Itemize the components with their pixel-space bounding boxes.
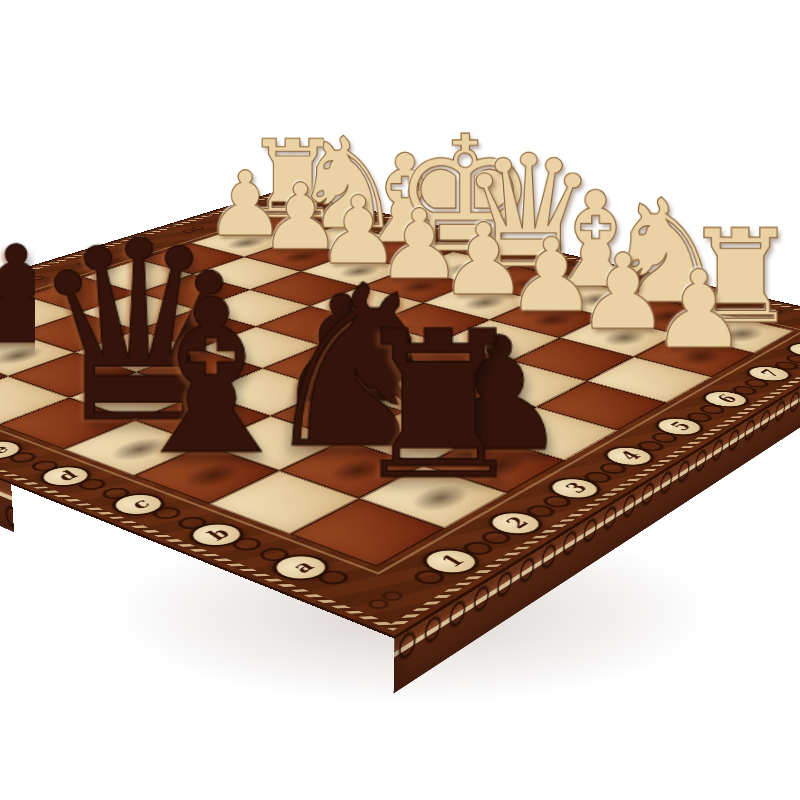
bishop-glyph: ♝ bbox=[116, 272, 307, 485]
rook-glyph: ♜ bbox=[348, 304, 530, 507]
chess-set-photo: ♟♜♟♟♞♟♝♟♚♛♟♛♝♟♟♝♞♟♞♜♟♟♜ hgfedcba12345678 bbox=[0, 0, 800, 800]
pawn-glyph: ♟ bbox=[651, 256, 748, 364]
